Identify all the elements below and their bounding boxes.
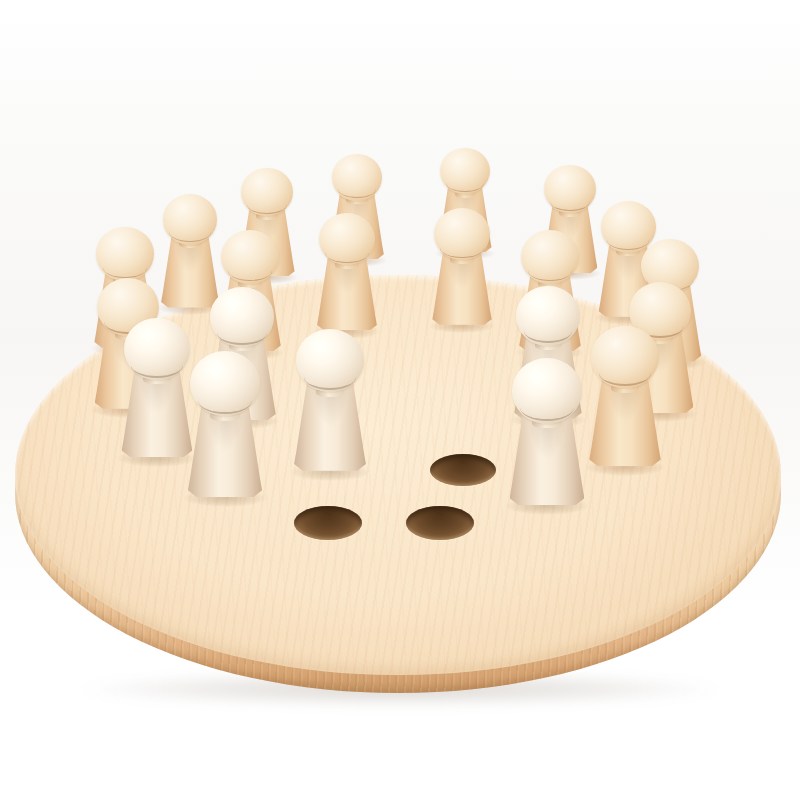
peg-ring xyxy=(325,242,368,263)
peg-ring xyxy=(131,352,182,378)
product-photo xyxy=(0,0,800,800)
peg-ring xyxy=(599,360,651,386)
empty-hole[interactable] xyxy=(294,506,362,540)
empty-hole[interactable] xyxy=(430,454,496,486)
peg-ring xyxy=(198,387,252,414)
peg-ring xyxy=(440,237,483,258)
peg-ring xyxy=(217,320,266,344)
peg-ring xyxy=(304,364,356,390)
peg-ring xyxy=(169,222,211,242)
peg-ring xyxy=(550,192,590,211)
empty-hole[interactable] xyxy=(406,506,474,540)
peg-ring xyxy=(247,195,287,214)
